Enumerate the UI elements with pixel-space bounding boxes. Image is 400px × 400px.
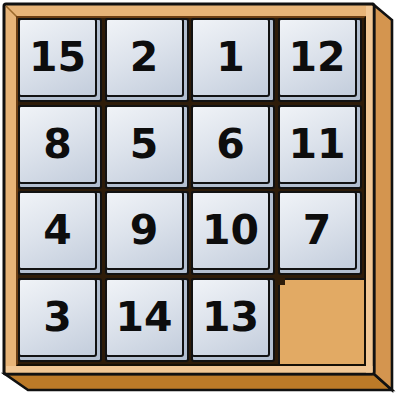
- tile-5-label: 5: [105, 105, 184, 184]
- tile-8[interactable]: 8: [18, 105, 102, 189]
- cell-r2c2: 10: [191, 191, 278, 278]
- tile-10[interactable]: 10: [191, 191, 275, 275]
- tile-2[interactable]: 2: [105, 18, 189, 102]
- tile-2-label: 2: [105, 18, 184, 97]
- tile-7[interactable]: 7: [278, 191, 362, 275]
- tray-recess: 15 2 1 12 8: [16, 16, 366, 366]
- tile-4-label: 4: [18, 191, 97, 270]
- cell-r3c1: 14: [105, 278, 192, 365]
- tile-5[interactable]: 5: [105, 105, 189, 189]
- tile-12-label: 12: [278, 18, 357, 97]
- tile-9-label: 9: [105, 191, 184, 270]
- tile-15-label: 15: [18, 18, 97, 97]
- tile-12[interactable]: 12: [278, 18, 362, 102]
- cell-r3c2: 13: [191, 278, 278, 365]
- tray-side-right: [374, 5, 392, 390]
- cell-r0c2: 1: [191, 18, 278, 105]
- tile-14-label: 14: [105, 278, 184, 357]
- cell-r1c0: 8: [18, 105, 105, 192]
- cell-r2c0: 4: [18, 191, 105, 278]
- tile-15[interactable]: 15: [18, 18, 102, 102]
- cell-r1c3: 11: [278, 105, 365, 192]
- cell-r1c2: 6: [191, 105, 278, 192]
- cell-r2c1: 9: [105, 191, 192, 278]
- tile-1-label: 1: [191, 18, 270, 97]
- cell-r2c3: 7: [278, 191, 365, 278]
- tile-13-label: 13: [191, 278, 270, 357]
- tile-8-label: 8: [18, 105, 97, 184]
- tile-1[interactable]: 1: [191, 18, 275, 102]
- tile-9[interactable]: 9: [105, 191, 189, 275]
- tile-4[interactable]: 4: [18, 191, 102, 275]
- tile-3-label: 3: [18, 278, 97, 357]
- empty-slot-corner-notch: [278, 278, 285, 285]
- empty-slot: [278, 278, 365, 365]
- tile-14[interactable]: 14: [105, 278, 189, 362]
- tile-10-label: 10: [191, 191, 270, 270]
- tile-11[interactable]: 11: [278, 105, 362, 189]
- tile-6-label: 6: [191, 105, 270, 184]
- cell-r0c3: 12: [278, 18, 365, 105]
- tile-13[interactable]: 13: [191, 278, 275, 362]
- cell-r0c1: 2: [105, 18, 192, 105]
- cell-r0c0: 15: [18, 18, 105, 105]
- fifteen-puzzle-board: 15 2 1 12 8: [0, 0, 400, 400]
- tile-7-label: 7: [278, 191, 357, 270]
- tile-3[interactable]: 3: [18, 278, 102, 362]
- cell-r3c3: [278, 278, 365, 365]
- cell-r1c1: 5: [105, 105, 192, 192]
- tile-11-label: 11: [278, 105, 357, 184]
- cell-r3c0: 3: [18, 278, 105, 365]
- tile-6[interactable]: 6: [191, 105, 275, 189]
- tile-grid: 15 2 1 12 8: [18, 18, 364, 364]
- tray-side-bottom: [5, 374, 392, 390]
